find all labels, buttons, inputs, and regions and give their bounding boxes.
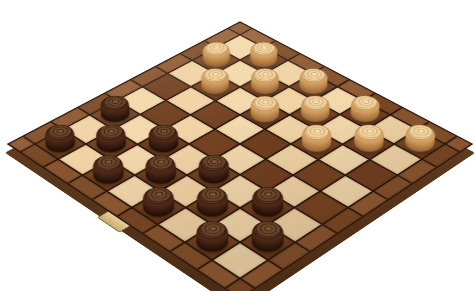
checkers-board: ⛀⛀⛀⛀⛀⛀⛀⛀⛀⛀⛀⛂⛂⛂⛂⛂⛂⛂⛂⛂⛂⛂⛂	[7, 21, 474, 291]
checker-piece-light[interactable]: ⛀	[401, 133, 438, 155]
checker-piece-dark[interactable]: ⛂	[97, 104, 133, 125]
checker-piece-dark[interactable]: ⛂	[248, 195, 287, 219]
checker-piece-light[interactable]: ⛀	[347, 104, 383, 125]
checker-piece-light[interactable]: ⛀	[299, 133, 336, 155]
checker-piece-dark[interactable]: ⛂	[248, 229, 288, 254]
board-3d-wrapper: ⛀⛀⛀⛀⛀⛀⛀⛀⛀⛀⛀⛂⛂⛂⛂⛂⛂⛂⛂⛂⛂⛂⛂	[7, 21, 474, 291]
square-h8[interactable]: ⛀	[395, 129, 443, 157]
checker-piece-dark[interactable]: ⛂	[139, 195, 178, 219]
photo-background: ⛀⛀⛀⛀⛀⛀⛀⛀⛀⛀⛀⛂⛂⛂⛂⛂⛂⛂⛂⛂⛂⛂⛂	[0, 0, 474, 291]
board-grid: ⛀⛀⛀⛀⛀⛀⛀⛀⛀⛀⛀⛂⛂⛂⛂⛂⛂⛂⛂⛂⛂⛂⛂	[9, 22, 470, 291]
checker-piece-dark[interactable]: ⛂	[195, 163, 233, 186]
